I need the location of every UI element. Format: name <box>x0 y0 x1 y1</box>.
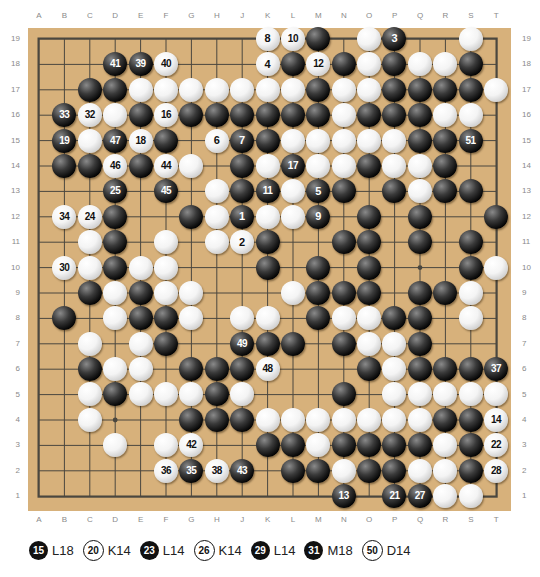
coord-number-right: 6 <box>522 365 526 373</box>
caption-stone-icon: 23 <box>140 541 159 560</box>
board-grid: 8103413940412333216194718675146441725451… <box>26 26 508 508</box>
coord-number-right: 19 <box>522 35 531 43</box>
stone-R16 <box>433 103 457 127</box>
coord-letter-bottom: A <box>36 516 41 524</box>
stone-P6 <box>382 357 406 381</box>
coord-letter-bottom: O <box>366 516 372 524</box>
stone-N8 <box>332 306 356 330</box>
coord-letter-bottom: Q <box>417 516 423 524</box>
coord-letter-top: D <box>112 12 118 20</box>
stone-P2 <box>382 459 406 483</box>
stone-D5 <box>103 382 127 406</box>
caption-item: 23L14 <box>140 541 185 560</box>
stone-O6 <box>357 357 381 381</box>
caption-stone-icon: 31 <box>304 541 323 560</box>
stone-O19 <box>357 27 381 51</box>
stone-Q13 <box>408 179 432 203</box>
stone-F17 <box>154 78 178 102</box>
stone-D14: 46 <box>103 154 127 178</box>
coord-number-left: 7 <box>6 340 20 348</box>
stone-K18: 4 <box>256 52 280 76</box>
stone-N14 <box>332 154 356 178</box>
stone-Q4 <box>408 408 432 432</box>
coord-number-right: 2 <box>522 467 526 475</box>
stone-Q7 <box>408 332 432 356</box>
stone-M19 <box>306 27 330 51</box>
stone-L15 <box>281 129 305 153</box>
coord-number-right: 10 <box>522 264 531 272</box>
stone-C6 <box>78 357 102 381</box>
coord-letter-top: E <box>138 12 143 20</box>
stone-K7 <box>256 332 280 356</box>
stone-R1 <box>433 484 457 508</box>
stone-P19: 3 <box>382 27 406 51</box>
coord-number-right: 8 <box>522 314 526 322</box>
stone-L2 <box>281 459 305 483</box>
stone-M17 <box>306 78 330 102</box>
stone-D13: 25 <box>103 179 127 203</box>
stone-Q15 <box>408 129 432 153</box>
coord-number-left: 11 <box>6 238 20 246</box>
stone-R15 <box>433 129 457 153</box>
stone-O17 <box>357 78 381 102</box>
stone-M18: 12 <box>306 52 330 76</box>
stone-S16 <box>459 103 483 127</box>
stone-C4 <box>78 408 102 432</box>
stone-K19: 8 <box>256 27 280 51</box>
stone-F5 <box>154 382 178 406</box>
stone-O2 <box>357 459 381 483</box>
stone-Q18 <box>408 52 432 76</box>
stone-B12: 34 <box>52 205 76 229</box>
stone-D10 <box>103 256 127 280</box>
stone-B16: 33 <box>52 103 76 127</box>
stone-E15: 18 <box>129 129 153 153</box>
stone-G12 <box>179 205 203 229</box>
stone-J8 <box>230 306 254 330</box>
stone-D8 <box>103 306 127 330</box>
stone-H6 <box>205 357 229 381</box>
stone-S11 <box>459 230 483 254</box>
stone-P1: 21 <box>382 484 406 508</box>
caption-coordinate: L18 <box>52 543 74 558</box>
stone-S6 <box>459 357 483 381</box>
stone-K16 <box>256 103 280 127</box>
stone-D9 <box>103 281 127 305</box>
coord-letter-top: H <box>214 12 220 20</box>
stone-E18: 39 <box>129 52 153 76</box>
coord-letter-top: B <box>62 12 67 20</box>
stone-Q16 <box>408 103 432 127</box>
coord-number-left: 15 <box>6 137 20 145</box>
stone-G9 <box>179 281 203 305</box>
stone-S8 <box>459 306 483 330</box>
stone-C16: 32 <box>78 103 102 127</box>
coord-letter-top: C <box>87 12 93 20</box>
stone-E6 <box>129 357 153 381</box>
stone-C10 <box>78 256 102 280</box>
stone-F15 <box>154 129 178 153</box>
stone-L18 <box>281 52 305 76</box>
stone-H12 <box>205 205 229 229</box>
stone-T10 <box>484 256 508 280</box>
coord-letter-top: J <box>240 12 244 20</box>
coord-number-right: 9 <box>522 289 526 297</box>
stone-J11: 2 <box>230 230 254 254</box>
caption-coordinate: K14 <box>108 543 131 558</box>
stone-D11 <box>103 230 127 254</box>
stone-E9 <box>129 281 153 305</box>
stone-P4 <box>382 408 406 432</box>
stone-M10 <box>306 256 330 280</box>
stone-P13 <box>382 179 406 203</box>
stone-R14 <box>433 154 457 178</box>
stone-N16 <box>332 103 356 127</box>
stone-L16 <box>281 103 305 127</box>
stone-S3 <box>459 433 483 457</box>
coord-number-right: 14 <box>522 162 531 170</box>
stone-Q9 <box>408 281 432 305</box>
stone-J6 <box>230 357 254 381</box>
stone-S17 <box>459 78 483 102</box>
stone-O3 <box>357 433 381 457</box>
stone-N13 <box>332 179 356 203</box>
stone-J16 <box>230 103 254 127</box>
go-diagram: 8103413940412333216194718675146441725451… <box>0 0 540 577</box>
stone-K12 <box>256 205 280 229</box>
stone-D6 <box>103 357 127 381</box>
stone-F8 <box>154 306 178 330</box>
stone-P7 <box>382 332 406 356</box>
stone-N7 <box>332 332 356 356</box>
stone-K14 <box>256 154 280 178</box>
stone-J15: 7 <box>230 129 254 153</box>
coord-letter-top: S <box>468 12 473 20</box>
stone-K10 <box>256 256 280 280</box>
coord-letter-bottom: E <box>138 516 143 524</box>
stone-E7 <box>129 332 153 356</box>
stone-N17 <box>332 78 356 102</box>
stone-R13 <box>433 179 457 203</box>
stone-T12 <box>484 205 508 229</box>
stone-K13: 11 <box>256 179 280 203</box>
coord-number-right: 13 <box>522 187 531 195</box>
stone-H11 <box>205 230 229 254</box>
stone-P18 <box>382 52 406 76</box>
coord-letter-bottom: R <box>443 516 449 524</box>
stone-K6: 48 <box>256 357 280 381</box>
stone-G17 <box>179 78 203 102</box>
stone-C9 <box>78 281 102 305</box>
stone-K3 <box>256 433 280 457</box>
coord-letter-top: O <box>366 12 372 20</box>
caption-stone-icon: 26 <box>194 540 215 561</box>
coord-letter-top: L <box>291 12 295 20</box>
stone-N3 <box>332 433 356 457</box>
coord-letter-bottom: L <box>291 516 295 524</box>
stone-K4 <box>256 408 280 432</box>
coord-letter-bottom: G <box>188 516 194 524</box>
coord-number-right: 7 <box>522 340 526 348</box>
coord-number-left: 10 <box>6 264 20 272</box>
stone-P3 <box>382 433 406 457</box>
stone-M4 <box>306 408 330 432</box>
coord-letter-bottom: F <box>164 516 169 524</box>
stone-H15: 6 <box>205 129 229 153</box>
stone-G2: 35 <box>179 459 203 483</box>
stone-O11 <box>357 230 381 254</box>
stone-Q17 <box>408 78 432 102</box>
stone-D18: 41 <box>103 52 127 76</box>
stone-R6 <box>433 357 457 381</box>
stone-J14 <box>230 154 254 178</box>
stone-Q1: 27 <box>408 484 432 508</box>
stone-H2: 38 <box>205 459 229 483</box>
stone-N5 <box>332 382 356 406</box>
stone-Q11 <box>408 230 432 254</box>
stone-S4 <box>459 408 483 432</box>
coord-number-left: 1 <box>6 492 20 500</box>
stone-S2 <box>459 459 483 483</box>
coord-number-left: 8 <box>6 314 20 322</box>
stone-H5 <box>205 382 229 406</box>
coord-number-left: 3 <box>6 441 20 449</box>
stone-Q5 <box>408 382 432 406</box>
stone-C7 <box>78 332 102 356</box>
coord-number-right: 1 <box>522 492 526 500</box>
stone-Q3 <box>408 433 432 457</box>
stone-R2 <box>433 459 457 483</box>
stone-H4 <box>205 408 229 432</box>
coord-number-right: 16 <box>522 111 531 119</box>
stone-J5 <box>230 382 254 406</box>
stone-P8 <box>382 306 406 330</box>
stone-F7 <box>154 332 178 356</box>
stone-N1: 13 <box>332 484 356 508</box>
stone-O18 <box>357 52 381 76</box>
coord-letter-bottom: S <box>468 516 473 524</box>
stone-G16 <box>179 103 203 127</box>
coord-number-right: 4 <box>522 416 526 424</box>
stone-E14 <box>129 154 153 178</box>
coord-letter-top: M <box>315 12 322 20</box>
stone-K8 <box>256 306 280 330</box>
stone-E5 <box>129 382 153 406</box>
stone-D12 <box>103 205 127 229</box>
coord-number-left: 13 <box>6 187 20 195</box>
stone-L4 <box>281 408 305 432</box>
stone-L19: 10 <box>281 27 305 51</box>
stone-S9 <box>459 281 483 305</box>
stone-E8 <box>129 306 153 330</box>
stone-Q12 <box>408 205 432 229</box>
coord-letter-bottom: P <box>392 516 397 524</box>
stone-O8 <box>357 306 381 330</box>
stone-K15 <box>256 129 280 153</box>
stone-L13 <box>281 179 305 203</box>
coord-letter-bottom: J <box>240 516 244 524</box>
stone-S1 <box>459 484 483 508</box>
coord-number-right: 5 <box>522 391 526 399</box>
stone-R4 <box>433 408 457 432</box>
stone-P17 <box>382 78 406 102</box>
coord-number-right: 18 <box>522 60 531 68</box>
stone-R18 <box>433 52 457 76</box>
stone-R5 <box>433 382 457 406</box>
coord-letter-top: G <box>188 12 194 20</box>
caption-coordinate: D14 <box>387 543 411 558</box>
caption-item: 50D14 <box>362 540 411 561</box>
caption-coordinate: L14 <box>163 543 185 558</box>
caption-stone-icon: 50 <box>362 540 383 561</box>
coord-number-left: 12 <box>6 213 20 221</box>
stone-F2: 36 <box>154 459 178 483</box>
stone-O10 <box>357 256 381 280</box>
stone-S10 <box>459 256 483 280</box>
stone-B14 <box>52 154 76 178</box>
stone-C11 <box>78 230 102 254</box>
stone-O15 <box>357 129 381 153</box>
stone-L9 <box>281 281 305 305</box>
stone-N2 <box>332 459 356 483</box>
stone-E10 <box>129 256 153 280</box>
stone-K17 <box>256 78 280 102</box>
coord-number-right: 12 <box>522 213 531 221</box>
stone-G14 <box>179 154 203 178</box>
stone-D17 <box>103 78 127 102</box>
stone-F16: 16 <box>154 103 178 127</box>
stone-Q6 <box>408 357 432 381</box>
move-caption: 15L1820K1423L1426K1429L1431M1850D14 <box>29 538 420 562</box>
stone-N11 <box>332 230 356 254</box>
coord-number-left: 4 <box>6 416 20 424</box>
stone-O12 <box>357 205 381 229</box>
stone-J17 <box>230 78 254 102</box>
stone-P15 <box>382 129 406 153</box>
coord-number-left: 18 <box>6 60 20 68</box>
coord-number-left: 5 <box>6 391 20 399</box>
stone-S5 <box>459 382 483 406</box>
stone-B10: 30 <box>52 256 76 280</box>
stone-P5 <box>382 382 406 406</box>
stone-N18 <box>332 52 356 76</box>
coord-letter-bottom: K <box>265 516 270 524</box>
stone-S15: 51 <box>459 129 483 153</box>
stone-C17 <box>78 78 102 102</box>
stone-F9 <box>154 281 178 305</box>
coord-letter-bottom: C <box>87 516 93 524</box>
caption-item: 26K14 <box>194 540 242 561</box>
coord-number-left: 17 <box>6 86 20 94</box>
stone-L14: 17 <box>281 154 305 178</box>
stone-R3 <box>433 433 457 457</box>
coord-letter-top: A <box>36 12 41 20</box>
coord-letter-bottom: H <box>214 516 220 524</box>
stone-M9 <box>306 281 330 305</box>
stone-C5 <box>78 382 102 406</box>
coord-number-left: 2 <box>6 467 20 475</box>
stone-E16 <box>129 103 153 127</box>
stone-R9 <box>433 281 457 305</box>
coord-number-left: 14 <box>6 162 20 170</box>
stone-P16 <box>382 103 406 127</box>
stone-P14 <box>382 154 406 178</box>
stone-M8 <box>306 306 330 330</box>
stone-O9 <box>357 281 381 305</box>
coord-number-right: 11 <box>522 238 530 246</box>
stone-M2 <box>306 459 330 483</box>
caption-stone-icon: 15 <box>29 541 48 560</box>
coord-number-left: 19 <box>6 35 20 43</box>
stone-D15: 47 <box>103 129 127 153</box>
caption-coordinate: M18 <box>327 543 352 558</box>
coord-letter-top: K <box>265 12 270 20</box>
coord-letter-bottom: B <box>62 516 67 524</box>
stone-Q14 <box>408 154 432 178</box>
coord-letter-top: P <box>392 12 397 20</box>
caption-coordinate: K14 <box>219 543 242 558</box>
coord-letter-top: T <box>494 12 499 20</box>
stone-T17 <box>484 78 508 102</box>
stone-T4: 14 <box>484 408 508 432</box>
stone-G4 <box>179 408 203 432</box>
stone-R17 <box>433 78 457 102</box>
caption-item: 29L14 <box>251 541 296 560</box>
stone-L12 <box>281 205 305 229</box>
stone-S13 <box>459 179 483 203</box>
stone-T3: 22 <box>484 433 508 457</box>
stone-O4 <box>357 408 381 432</box>
stone-F3 <box>154 433 178 457</box>
coord-letter-top: R <box>443 12 449 20</box>
stone-F14: 44 <box>154 154 178 178</box>
caption-item: 20K14 <box>83 540 131 561</box>
stone-F18: 40 <box>154 52 178 76</box>
coord-letter-bottom: M <box>315 516 322 524</box>
stone-J13 <box>230 179 254 203</box>
stone-H13 <box>205 179 229 203</box>
stone-M16 <box>306 103 330 127</box>
coord-letter-bottom: N <box>341 516 347 524</box>
coord-number-right: 17 <box>522 86 531 94</box>
stone-M3 <box>306 433 330 457</box>
coord-number-right: 3 <box>522 441 526 449</box>
stone-T6: 37 <box>484 357 508 381</box>
stone-D3 <box>103 433 127 457</box>
coord-letter-top: F <box>164 12 169 20</box>
coord-letter-top: Q <box>417 12 423 20</box>
coord-letter-bottom: T <box>494 516 499 524</box>
stone-O14 <box>357 154 381 178</box>
stone-Q8 <box>408 306 432 330</box>
stone-G8 <box>179 306 203 330</box>
stone-Q2 <box>408 459 432 483</box>
stone-S19 <box>459 27 483 51</box>
stone-J12: 1 <box>230 205 254 229</box>
stone-O16 <box>357 103 381 127</box>
coord-number-left: 9 <box>6 289 20 297</box>
coord-letter-top: N <box>341 12 347 20</box>
stone-C12: 24 <box>78 205 102 229</box>
stone-D16 <box>103 103 127 127</box>
stone-B15: 19 <box>52 129 76 153</box>
stone-N4 <box>332 408 356 432</box>
stone-J4 <box>230 408 254 432</box>
stone-J7: 49 <box>230 332 254 356</box>
stone-E17 <box>129 78 153 102</box>
stone-B8 <box>52 306 76 330</box>
coord-letter-bottom: D <box>112 516 118 524</box>
